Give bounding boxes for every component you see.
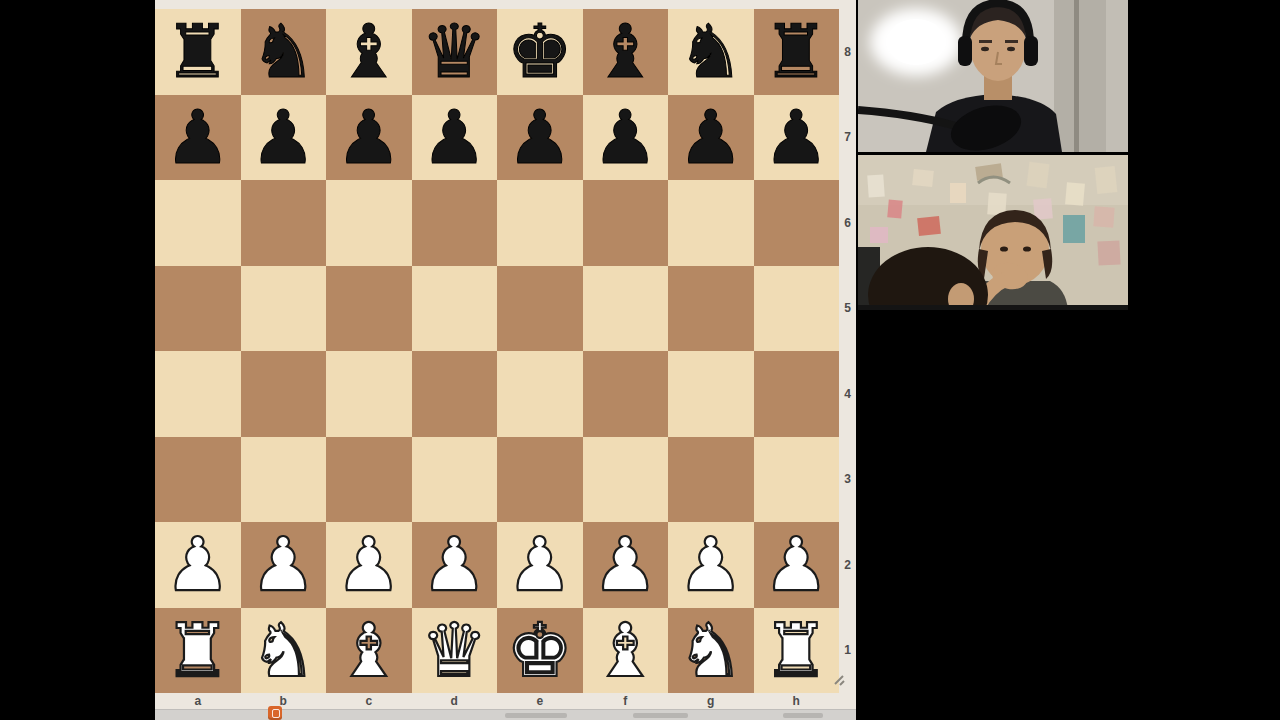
square-f3[interactable] (583, 437, 669, 523)
taskbar-item (633, 713, 688, 718)
square-e2[interactable]: ♟ (497, 522, 583, 608)
square-e7[interactable]: ♟ (497, 95, 583, 181)
file-label-f: f (583, 693, 669, 709)
square-c6[interactable] (326, 180, 412, 266)
rank-label-5: 5 (839, 266, 856, 352)
square-d4[interactable] (412, 351, 498, 437)
square-b5[interactable] (241, 266, 327, 352)
square-f8[interactable]: ♝ (583, 9, 669, 95)
square-d6[interactable] (412, 180, 498, 266)
square-f4[interactable] (583, 351, 669, 437)
square-f2[interactable]: ♟ (583, 522, 669, 608)
piece-black-bishop[interactable]: ♝ (583, 9, 669, 95)
piece-black-pawn[interactable]: ♟ (668, 95, 754, 181)
square-d2[interactable]: ♟ (412, 522, 498, 608)
square-g5[interactable] (668, 266, 754, 352)
square-a4[interactable] (155, 351, 241, 437)
piece-white-king[interactable]: ♚ (497, 608, 583, 694)
piece-black-bishop[interactable]: ♝ (326, 9, 412, 95)
piece-white-queen[interactable]: ♛ (412, 608, 498, 694)
square-g7[interactable]: ♟ (668, 95, 754, 181)
piece-white-pawn[interactable]: ♟ (583, 522, 669, 608)
piece-white-knight[interactable]: ♞ (241, 608, 327, 694)
orange-app-icon[interactable] (268, 706, 282, 720)
square-g8[interactable]: ♞ (668, 9, 754, 95)
piece-white-rook[interactable]: ♜ (155, 608, 241, 694)
square-h7[interactable]: ♟ (754, 95, 840, 181)
file-label-e: e (497, 693, 583, 709)
square-h6[interactable] (754, 180, 840, 266)
square-e8[interactable]: ♚ (497, 9, 583, 95)
piece-black-pawn[interactable]: ♟ (241, 95, 327, 181)
piece-black-pawn[interactable]: ♟ (497, 95, 583, 181)
square-e6[interactable] (497, 180, 583, 266)
file-label-b: b (241, 693, 327, 709)
square-h8[interactable]: ♜ (754, 9, 840, 95)
file-label-a: a (155, 693, 241, 709)
file-label-g: g (668, 693, 754, 709)
square-g6[interactable] (668, 180, 754, 266)
square-b6[interactable] (241, 180, 327, 266)
piece-black-knight[interactable]: ♞ (668, 9, 754, 95)
square-a3[interactable] (155, 437, 241, 523)
square-b4[interactable] (241, 351, 327, 437)
piece-white-pawn[interactable]: ♟ (326, 522, 412, 608)
board-resize-handle-icon[interactable] (829, 670, 845, 686)
square-c1[interactable]: ♝ (326, 608, 412, 694)
square-e1[interactable]: ♚ (497, 608, 583, 694)
square-g4[interactable] (668, 351, 754, 437)
taskbar-item (505, 713, 567, 718)
taskbar-strip (155, 709, 856, 720)
piece-white-bishop[interactable]: ♝ (326, 608, 412, 694)
square-b8[interactable]: ♞ (241, 9, 327, 95)
children-video-art (858, 155, 1128, 310)
square-h2[interactable]: ♟ (754, 522, 840, 608)
host-video-art (858, 0, 1128, 152)
rank-label-3: 3 (839, 437, 856, 523)
piece-black-pawn[interactable]: ♟ (412, 95, 498, 181)
chess-board-panel: ♜♞♝♛♚♝♞♜♟♟♟♟♟♟♟♟♟♟♟♟♟♟♟♟♜♞♝♛♚♝♞♜ 8765432… (155, 0, 856, 720)
piece-white-pawn[interactable]: ♟ (668, 522, 754, 608)
square-b7[interactable]: ♟ (241, 95, 327, 181)
taskbar-item (783, 713, 823, 718)
piece-white-rook[interactable]: ♜ (754, 608, 840, 694)
square-a7[interactable]: ♟ (155, 95, 241, 181)
webcam-column (858, 0, 1128, 310)
rank-label-8: 8 (839, 9, 856, 95)
square-g1[interactable]: ♞ (668, 608, 754, 694)
piece-white-pawn[interactable]: ♟ (412, 522, 498, 608)
square-e3[interactable] (497, 437, 583, 523)
square-c8[interactable]: ♝ (326, 9, 412, 95)
piece-black-pawn[interactable]: ♟ (326, 95, 412, 181)
square-f5[interactable] (583, 266, 669, 352)
square-g3[interactable] (668, 437, 754, 523)
square-d3[interactable] (412, 437, 498, 523)
piece-white-knight[interactable]: ♞ (668, 608, 754, 694)
file-label-d: d (412, 693, 498, 709)
square-a2[interactable]: ♟ (155, 522, 241, 608)
square-d7[interactable]: ♟ (412, 95, 498, 181)
chess-board[interactable]: ♜♞♝♛♚♝♞♜♟♟♟♟♟♟♟♟♟♟♟♟♟♟♟♟♜♞♝♛♚♝♞♜ (155, 9, 839, 693)
square-c3[interactable] (326, 437, 412, 523)
piece-black-pawn[interactable]: ♟ (155, 95, 241, 181)
square-d5[interactable] (412, 266, 498, 352)
square-c5[interactable] (326, 266, 412, 352)
square-d1[interactable]: ♛ (412, 608, 498, 694)
piece-black-pawn[interactable]: ♟ (754, 95, 840, 181)
piece-white-pawn[interactable]: ♟ (241, 522, 327, 608)
rank-label-4: 4 (839, 351, 856, 437)
square-a8[interactable]: ♜ (155, 9, 241, 95)
piece-white-pawn[interactable]: ♟ (155, 522, 241, 608)
square-h5[interactable] (754, 266, 840, 352)
file-coordinates: abcdefgh (155, 693, 856, 709)
piece-black-rook[interactable]: ♜ (754, 9, 840, 95)
webcam-children (858, 155, 1128, 310)
rank-coordinates: 87654321 (839, 9, 856, 693)
square-f1[interactable]: ♝ (583, 608, 669, 694)
square-b2[interactable]: ♟ (241, 522, 327, 608)
square-a5[interactable] (155, 266, 241, 352)
rank-label-7: 7 (839, 95, 856, 181)
square-c4[interactable] (326, 351, 412, 437)
piece-black-rook[interactable]: ♜ (155, 9, 241, 95)
rank-label-2: 2 (839, 522, 856, 608)
piece-black-pawn[interactable]: ♟ (583, 95, 669, 181)
square-h4[interactable] (754, 351, 840, 437)
square-g2[interactable]: ♟ (668, 522, 754, 608)
piece-white-bishop[interactable]: ♝ (583, 608, 669, 694)
piece-black-king[interactable]: ♚ (497, 9, 583, 95)
file-label-c: c (326, 693, 412, 709)
piece-black-knight[interactable]: ♞ (241, 9, 327, 95)
square-b3[interactable] (241, 437, 327, 523)
square-d8[interactable]: ♛ (412, 9, 498, 95)
rank-label-6: 6 (839, 180, 856, 266)
square-c2[interactable]: ♟ (326, 522, 412, 608)
square-e5[interactable] (497, 266, 583, 352)
square-b1[interactable]: ♞ (241, 608, 327, 694)
file-label-h: h (754, 693, 840, 709)
square-f7[interactable]: ♟ (583, 95, 669, 181)
square-a1[interactable]: ♜ (155, 608, 241, 694)
piece-black-queen[interactable]: ♛ (412, 9, 498, 95)
piece-white-pawn[interactable]: ♟ (497, 522, 583, 608)
square-h1[interactable]: ♜ (754, 608, 840, 694)
square-f6[interactable] (583, 180, 669, 266)
square-e4[interactable] (497, 351, 583, 437)
square-a6[interactable] (155, 180, 241, 266)
webcam-host (858, 0, 1128, 152)
piece-white-pawn[interactable]: ♟ (754, 522, 840, 608)
square-h3[interactable] (754, 437, 840, 523)
square-c7[interactable]: ♟ (326, 95, 412, 181)
